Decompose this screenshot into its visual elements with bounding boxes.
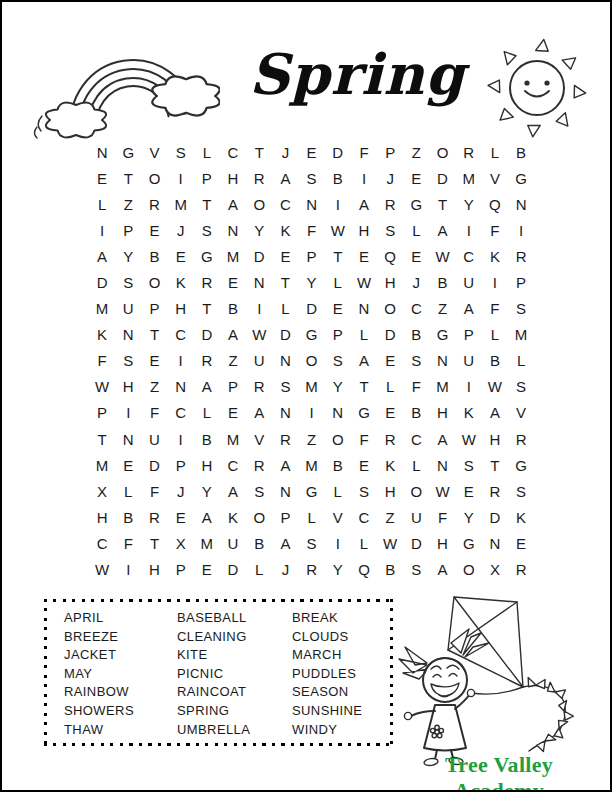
grid-cell: S [508,296,534,322]
grid-cell: G [403,191,429,217]
grid-cell: E [89,165,115,191]
grid-cell: N [272,400,298,426]
grid-cell: P [141,296,167,322]
grid-cell: F [482,296,508,322]
grid-cell: H [429,530,455,556]
grid-cell: L [351,530,377,556]
grid-cell: H [377,478,403,504]
grid-cell: E [168,243,194,269]
grid-cell: E [272,243,298,269]
word-list-column: APRILBREEZEJACKETMAYRAINBOWSHOWERSTHAW [64,609,134,739]
girl-flying-kite-icon [385,585,600,770]
grid-cell: G [508,165,534,191]
grid-cell: Z [403,139,429,165]
grid-cell: R [246,165,272,191]
grid-cell: P [456,322,482,348]
rainbow-icon [28,32,220,140]
grid-cell: O [456,557,482,583]
grid-cell: L [482,322,508,348]
grid-cell: M [299,452,325,478]
grid-cell: X [168,530,194,556]
grid-cell: V [482,165,508,191]
grid-cell: M [89,452,115,478]
grid-cell: Z [299,426,325,452]
worksheet-page: Spring NGVSLCTJEDFPZORLBETOIPHRASBIJEDMV… [0,0,612,792]
grid-cell: L [115,478,141,504]
grid-cell: I [168,165,194,191]
grid-cell: U [403,504,429,530]
grid-cell: Q [351,557,377,583]
grid-cell: A [429,426,455,452]
grid-cell: J [272,557,298,583]
grid-cell: P [325,322,351,348]
grid-cell: A [272,530,298,556]
grid-cell: B [141,243,167,269]
word-list-item: CLEANING [177,628,250,647]
grid-cell: S [168,139,194,165]
word-list-item: UMBRELLA [177,721,250,740]
grid-cell: S [377,217,403,243]
grid-cell: I [89,217,115,243]
grid-cell: F [429,504,455,530]
grid-cell: M [89,296,115,322]
grid-cell: I [351,165,377,191]
grid-cell: L [272,296,298,322]
grid-cell: T [351,374,377,400]
grid-cell: O [299,348,325,374]
grid-cell: F [141,400,167,426]
grid-cell: E [325,296,351,322]
grid-cell: I [168,426,194,452]
grid-cell: C [89,530,115,556]
grid-cell: J [403,269,429,295]
grid-cell: D [403,530,429,556]
grid-cell: D [194,322,220,348]
grid-cell: B [403,322,429,348]
grid-cell: R [194,269,220,295]
grid-cell: U [141,426,167,452]
grid-cell: D [220,557,246,583]
grid-cell: Y [456,191,482,217]
grid-cell: T [429,191,455,217]
grid-cell: O [246,191,272,217]
grid-cell: K [377,452,403,478]
grid-cell: Y [115,243,141,269]
grid-cell: O [403,478,429,504]
grid-cell: R [377,191,403,217]
grid-cell: A [351,348,377,374]
grid-cell: K [272,217,298,243]
grid-cell: N [220,217,246,243]
grid-cell: R [482,478,508,504]
word-list-box: APRILBREEZEJACKETMAYRAINBOWSHOWERSTHAW B… [44,599,393,746]
grid-cell: Y [299,269,325,295]
grid-cell: Q [377,243,403,269]
grid-cell: P [89,400,115,426]
grid-cell: O [429,139,455,165]
grid-cell: G [194,243,220,269]
grid-cell: I [115,557,141,583]
grid-cell: A [429,217,455,243]
grid-cell: O [141,269,167,295]
grid-cell: A [220,191,246,217]
grid-cell: L [194,400,220,426]
grid-cell: C [456,243,482,269]
grid-cell: I [246,296,272,322]
grid-cell: W [325,217,351,243]
grid-cell: E [115,452,141,478]
grid-cell: S [272,374,298,400]
grid-cell: R [141,191,167,217]
grid-cell: U [456,348,482,374]
grid-cell: W [482,374,508,400]
grid-cell: E [351,452,377,478]
grid-cell: T [141,322,167,348]
grid-cell: W [89,374,115,400]
grid-cell: U [456,269,482,295]
grid-cell: R [141,504,167,530]
word-list-item: BREEZE [64,628,134,647]
grid-cell: O [246,504,272,530]
grid-cell: E [141,348,167,374]
grid-cell: S [194,217,220,243]
grid-cell: D [429,165,455,191]
grid-cell: R [377,426,403,452]
word-list-item: RAINCOAT [177,683,250,702]
word-list-item: SHOWERS [64,702,134,721]
word-list-item: WINDY [292,721,362,740]
grid-cell: S [403,348,429,374]
grid-cell: E [456,478,482,504]
grid-cell: H [141,557,167,583]
grid-cell: A [429,557,455,583]
grid-cell: K [220,504,246,530]
grid-cell: S [115,348,141,374]
grid-cell: I [299,400,325,426]
grid-cell: Z [377,504,403,530]
grid-cell: L [325,269,351,295]
grid-cell: F [141,478,167,504]
grid-cell: L [508,348,534,374]
grid-cell: R [272,426,298,452]
grid-cell: N [299,191,325,217]
grid-cell: V [246,426,272,452]
grid-cell: D [246,243,272,269]
grid-cell: V [141,139,167,165]
grid-cell: E [377,348,403,374]
grid-cell: K [89,322,115,348]
grid-cell: E [351,243,377,269]
grid-cell: F [403,374,429,400]
grid-cell: G [456,530,482,556]
grid-cell: I [115,400,141,426]
grid-cell: Z [141,374,167,400]
grid-cell: M [299,374,325,400]
grid-cell: H [220,165,246,191]
grid-cell: U [115,296,141,322]
word-list-column: BREAKCLOUDSMARCHPUDDLESSEASONSUNSHINEWIN… [292,609,362,739]
grid-cell: N [246,269,272,295]
grid-cell: K [508,504,534,530]
grid-cell: Z [220,348,246,374]
grid-cell: Z [115,191,141,217]
word-list-item: SEASON [292,683,362,702]
grid-cell: T [246,139,272,165]
grid-cell: A [194,504,220,530]
grid-cell: N [272,478,298,504]
grid-cell: C [220,139,246,165]
grid-cell: H [429,400,455,426]
grid-cell: H [168,296,194,322]
grid-cell: P [115,217,141,243]
grid-cell: N [482,530,508,556]
grid-cell: N [429,348,455,374]
word-list-column: BASEBALLCLEANINGKITEPICNICRAINCOATSPRING… [177,609,250,739]
grid-cell: E [299,139,325,165]
word-list-item: KITE [177,646,250,665]
grid-cell: C [403,426,429,452]
grid-cell: V [508,400,534,426]
grid-cell: A [220,322,246,348]
grid-cell: E [141,217,167,243]
grid-cell: E [168,504,194,530]
grid-cell: A [351,191,377,217]
grid-cell: A [272,452,298,478]
grid-cell: M [429,374,455,400]
grid-cell: S [351,478,377,504]
grid-cell: B [194,426,220,452]
grid-cell: M [194,530,220,556]
grid-cell: S [508,478,534,504]
grid-cell: I [325,530,351,556]
grid-cell: B [508,139,534,165]
page-title: Spring [237,28,477,120]
grid-cell: A [456,296,482,322]
word-list-item: MAY [64,665,134,684]
grid-cell: M [220,243,246,269]
grid-cell: D [299,296,325,322]
grid-cell: R [508,426,534,452]
grid-cell: C [403,296,429,322]
word-list-item: BREAK [292,609,362,628]
grid-cell: S [403,557,429,583]
grid-cell: S [299,165,325,191]
grid-cell: R [508,243,534,269]
sun-icon [479,35,595,139]
grid-cell: T [115,165,141,191]
grid-cell: B [115,504,141,530]
grid-cell: R [299,557,325,583]
grid-cell: N [429,452,455,478]
grid-cell: H [194,452,220,478]
grid-cell: U [246,348,272,374]
grid-cell: I [456,374,482,400]
grid-cell: H [115,374,141,400]
word-list-item: THAW [64,721,134,740]
grid-cell: W [246,322,272,348]
grid-cell: A [272,165,298,191]
grid-cell: A [194,374,220,400]
grid-cell: L [89,191,115,217]
grid-cell: F [351,426,377,452]
grid-cell: H [351,217,377,243]
grid-cell: F [115,530,141,556]
grid-cell: W [429,478,455,504]
grid-cell: N [115,426,141,452]
grid-cell: B [403,400,429,426]
grid-cell: S [299,530,325,556]
grid-cell: S [246,478,272,504]
grid-cell: I [482,269,508,295]
grid-cell: P [220,374,246,400]
grid-cell: O [377,296,403,322]
grid-cell: W [429,243,455,269]
grid-cell: L [325,478,351,504]
grid-cell: A [246,400,272,426]
grid-cell: I [456,217,482,243]
grid-cell: L [299,504,325,530]
grid-cell: L [403,452,429,478]
grid-cell: O [141,165,167,191]
grid-cell: G [299,322,325,348]
word-list-item: SUNSHINE [292,702,362,721]
grid-cell: L [351,322,377,348]
grid-cell: C [168,400,194,426]
grid-cell: J [272,139,298,165]
grid-cell: W [456,426,482,452]
grid-cell: D [482,504,508,530]
grid-cell: S [325,348,351,374]
grid-cell: E [377,400,403,426]
grid-cell: Y [456,504,482,530]
grid-cell: T [272,269,298,295]
grid-cell: F [482,217,508,243]
grid-cell: D [377,322,403,348]
grid-cell: P [272,504,298,530]
grid-cell: P [194,165,220,191]
grid-cell: R [508,557,534,583]
grid-cell: R [456,139,482,165]
grid-cell: E [220,400,246,426]
grid-cell: C [220,452,246,478]
grid-cell: D [89,269,115,295]
grid-cell: C [351,504,377,530]
grid-cell: W [351,269,377,295]
grid-cell: F [351,139,377,165]
grid-cell: P [377,139,403,165]
grid-cell: M [168,191,194,217]
grid-cell: R [194,348,220,374]
grid-cell: K [482,243,508,269]
grid-cell: T [194,191,220,217]
grid-cell: F [89,348,115,374]
grid-cell: E [220,269,246,295]
grid-cell: R [246,452,272,478]
grid-cell: K [168,269,194,295]
grid-cell: Q [482,191,508,217]
grid-cell: X [89,478,115,504]
grid-cell: T [194,296,220,322]
grid-cell: E [508,530,534,556]
grid-cell: I [508,217,534,243]
grid-cell: B [325,452,351,478]
grid-cell: O [325,426,351,452]
grid-cell: N [351,296,377,322]
grid-cell: T [89,426,115,452]
grid-cell: F [299,217,325,243]
grid-cell: N [168,374,194,400]
grid-cell: R [246,374,272,400]
word-list-item: APRIL [64,609,134,628]
grid-cell: A [482,400,508,426]
grid-cell: J [377,165,403,191]
grid-cell: S [456,452,482,478]
grid-cell: G [429,322,455,348]
grid-cell: N [115,322,141,348]
grid-cell: V [325,504,351,530]
grid-cell: H [377,269,403,295]
grid-cell: G [115,139,141,165]
word-search-grid: NGVSLCTJEDFPZORLBETOIPHRASBIJEDMVGLZRMTA… [89,139,534,583]
grid-cell: H [482,426,508,452]
grid-cell: B [220,296,246,322]
grid-cell: E [403,165,429,191]
grid-cell: A [89,243,115,269]
grid-cell: Y [325,557,351,583]
grid-cell: G [508,452,534,478]
grid-cell: N [508,191,534,217]
grid-cell: B [325,165,351,191]
grid-cell: S [508,374,534,400]
grid-cell: S [115,269,141,295]
word-list-item: CLOUDS [292,628,362,647]
grid-cell: J [168,217,194,243]
grid-cell: T [325,243,351,269]
word-list-item: PUDDLES [292,665,362,684]
grid-cell: J [168,478,194,504]
grid-cell: U [220,530,246,556]
grid-cell: Y [246,217,272,243]
grid-cell: X [482,557,508,583]
grid-cell: D [141,452,167,478]
grid-cell: L [246,557,272,583]
grid-cell: P [168,557,194,583]
brand-footer: Tree Valley Academy [399,752,599,792]
grid-cell: D [325,139,351,165]
grid-cell: P [168,452,194,478]
grid-cell: I [168,348,194,374]
grid-cell: B [377,557,403,583]
grid-cell: N [325,400,351,426]
grid-cell: M [220,426,246,452]
grid-cell: B [482,348,508,374]
grid-cell: I [325,191,351,217]
word-list-item: SPRING [177,702,250,721]
grid-cell: E [403,243,429,269]
grid-cell: E [194,557,220,583]
grid-cell: Y [194,478,220,504]
grid-cell: C [272,191,298,217]
grid-cell: T [141,530,167,556]
grid-cell: L [482,139,508,165]
grid-cell: W [89,557,115,583]
grid-cell: N [89,139,115,165]
grid-cell: Y [325,374,351,400]
grid-cell: P [508,269,534,295]
word-list-item: PICNIC [177,665,250,684]
grid-cell: W [377,530,403,556]
word-list-item: JACKET [64,646,134,665]
